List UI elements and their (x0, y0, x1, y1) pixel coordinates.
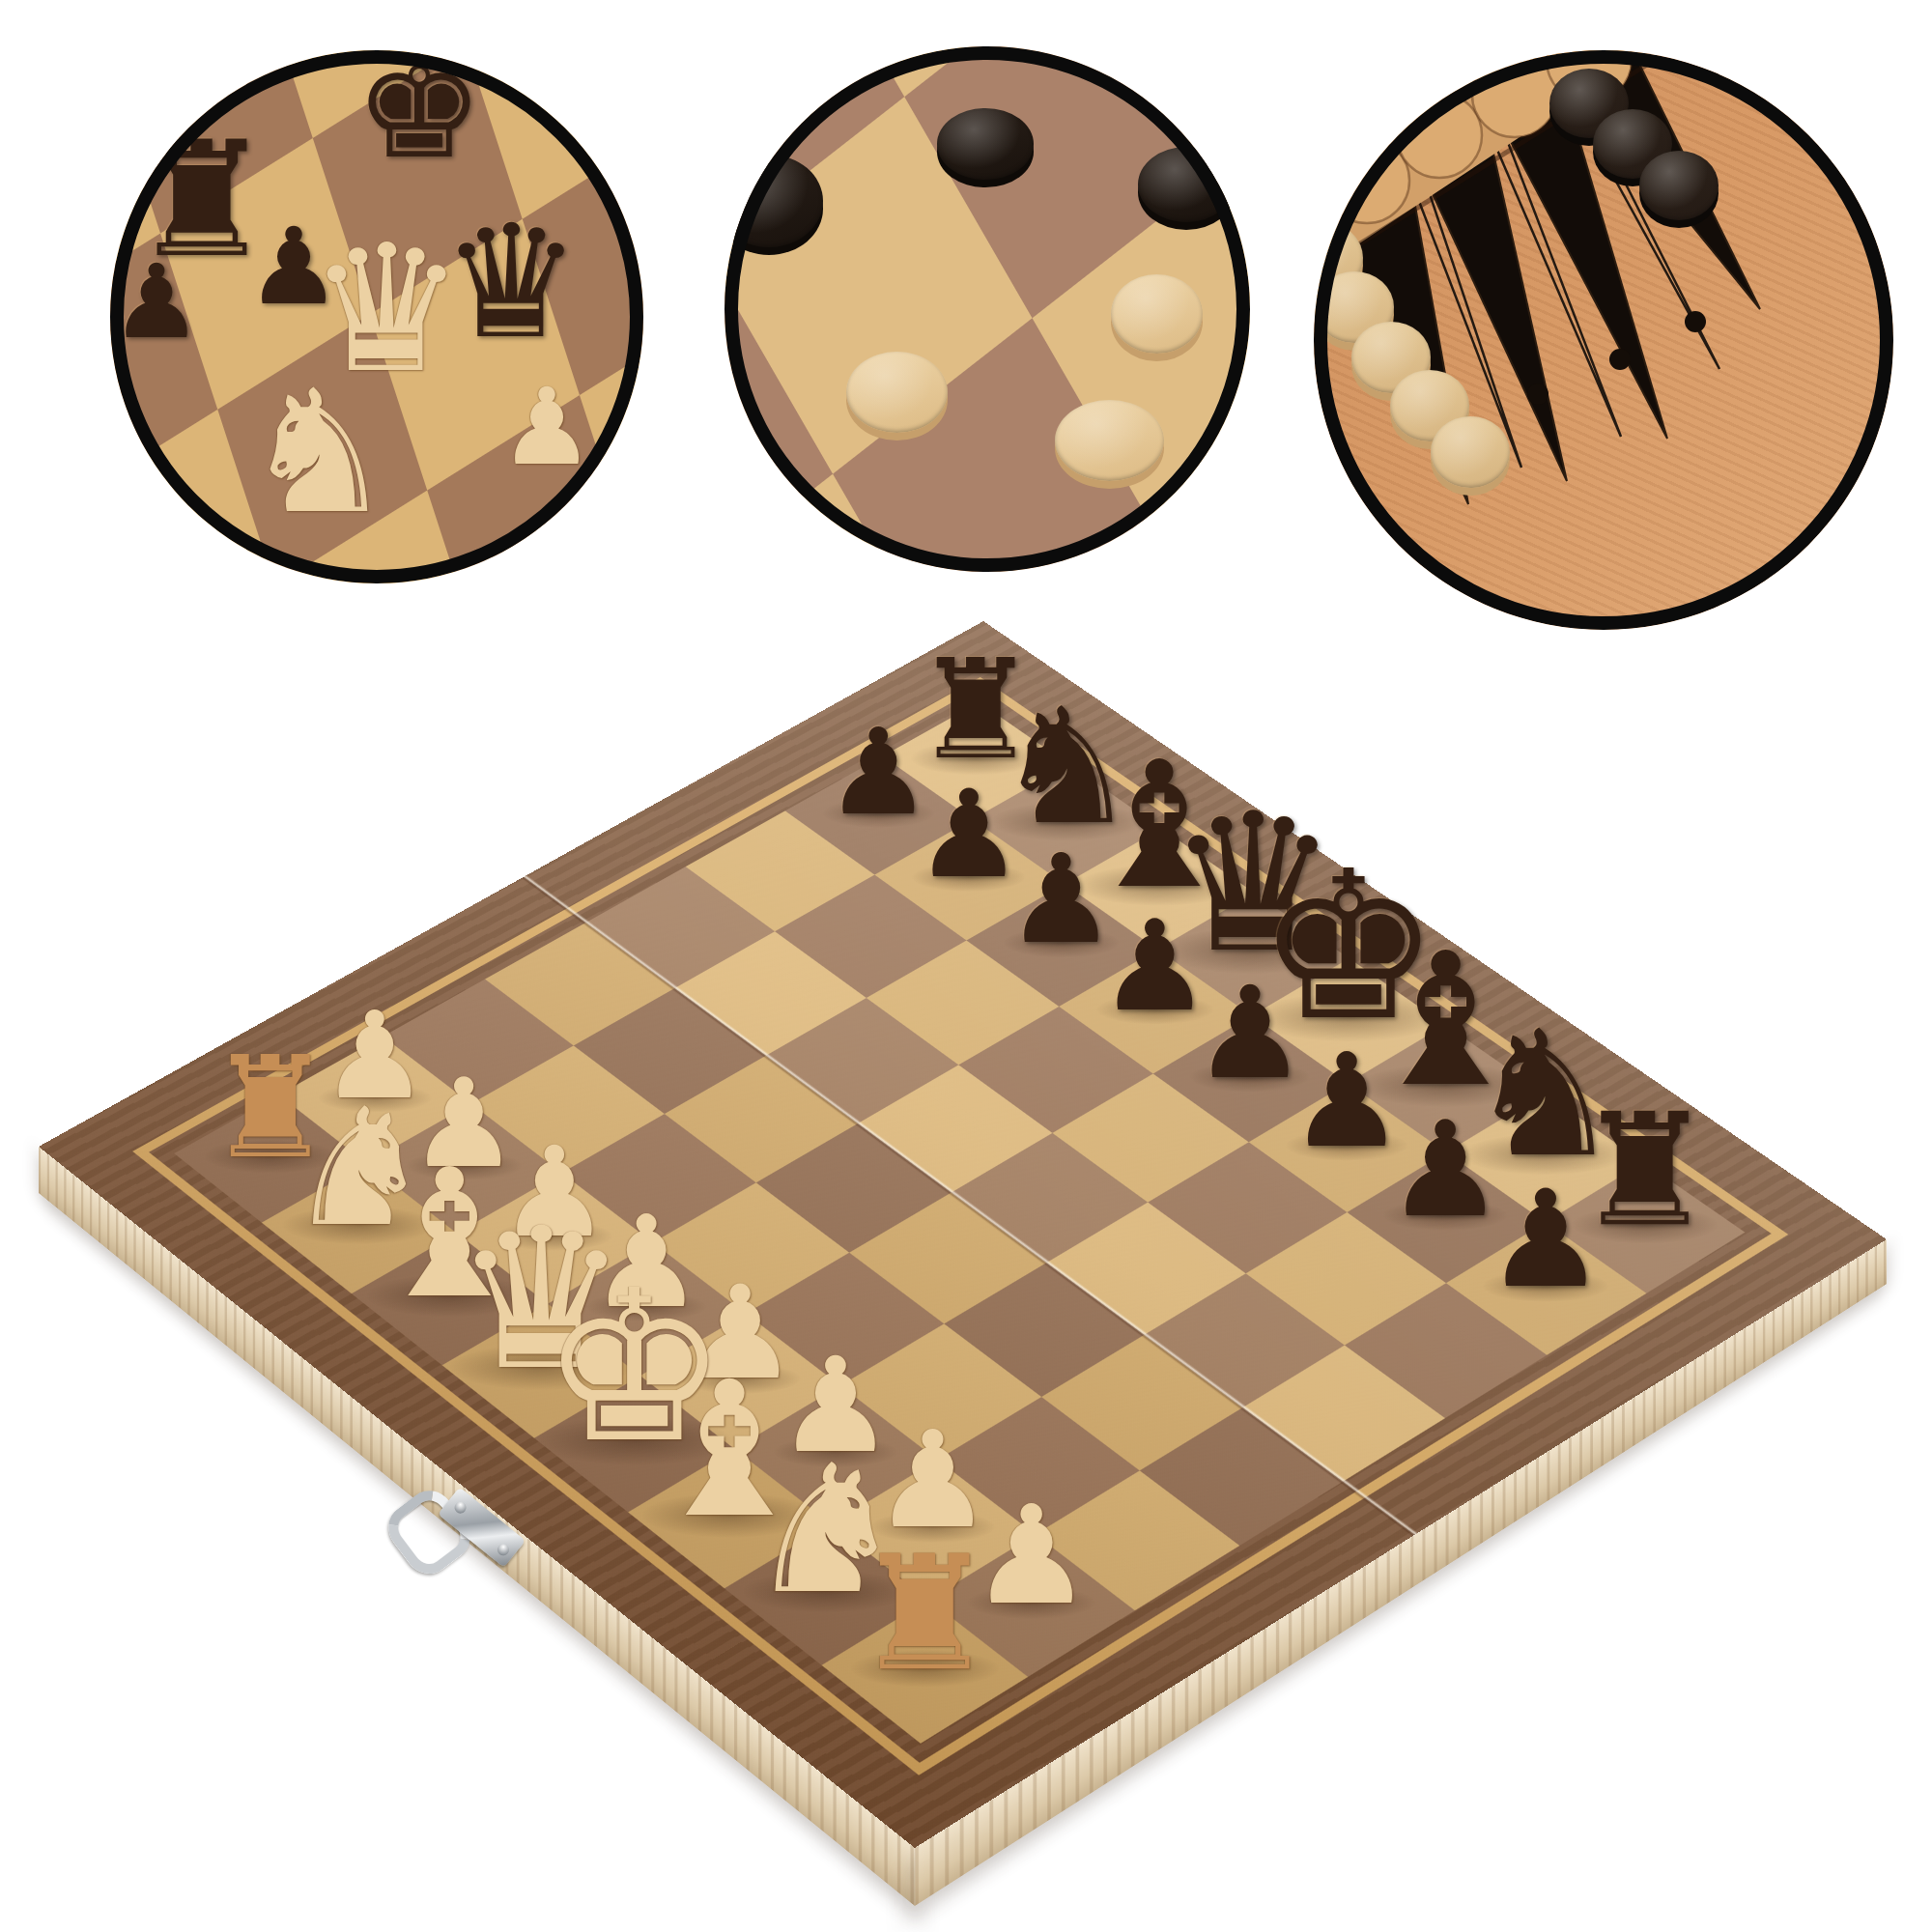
closeup-piece-black-p: ♟ (110, 254, 202, 352)
checker-light (1055, 400, 1164, 481)
wood-point-scallop (1324, 138, 1409, 223)
checker-dark (1138, 147, 1235, 222)
checker-dark (937, 108, 1034, 180)
closeup-piece-white-n: ♞ (242, 372, 395, 533)
piece-glyph: ♟ (499, 377, 595, 478)
wood-point-scallop (1397, 93, 1482, 178)
piece-glyph: ♟ (110, 254, 202, 352)
board-playing-area (174, 702, 1745, 1744)
chess-board (39, 621, 1887, 1848)
backgammon-checker-light (1431, 416, 1510, 488)
closeup-piece-black-k: ♚ (355, 50, 484, 175)
product-photo: ♜♚♟♟♛♛♞♟ ♜♟♞♟♝♟♛♟♚♟♝♟♟♞♜♟♟♜♞♟♟♝♟♛♟♚♟♝♟♞♟… (0, 0, 1932, 1932)
backgammon-dot (1685, 311, 1706, 332)
backgammon-dot (1527, 384, 1548, 405)
inset-checkers-closeup (724, 46, 1250, 572)
closeup-piece-white-p: ♟ (499, 377, 595, 478)
checker-light (1111, 274, 1203, 354)
piece-glyph: ♛ (440, 209, 581, 357)
backgammon-checker-black (1639, 151, 1719, 220)
piece-glyph: ♚ (355, 50, 484, 175)
closeup-piece-black-q: ♛ (440, 209, 581, 357)
checker-light (846, 352, 948, 433)
wood-point-scallop (1472, 52, 1557, 137)
inset-backgammon-closeup (1314, 50, 1893, 630)
backgammon-dot (1609, 349, 1631, 370)
piece-glyph: ♞ (242, 372, 395, 533)
inset-chess-closeup: ♜♚♟♟♛♛♞♟ (110, 50, 643, 583)
